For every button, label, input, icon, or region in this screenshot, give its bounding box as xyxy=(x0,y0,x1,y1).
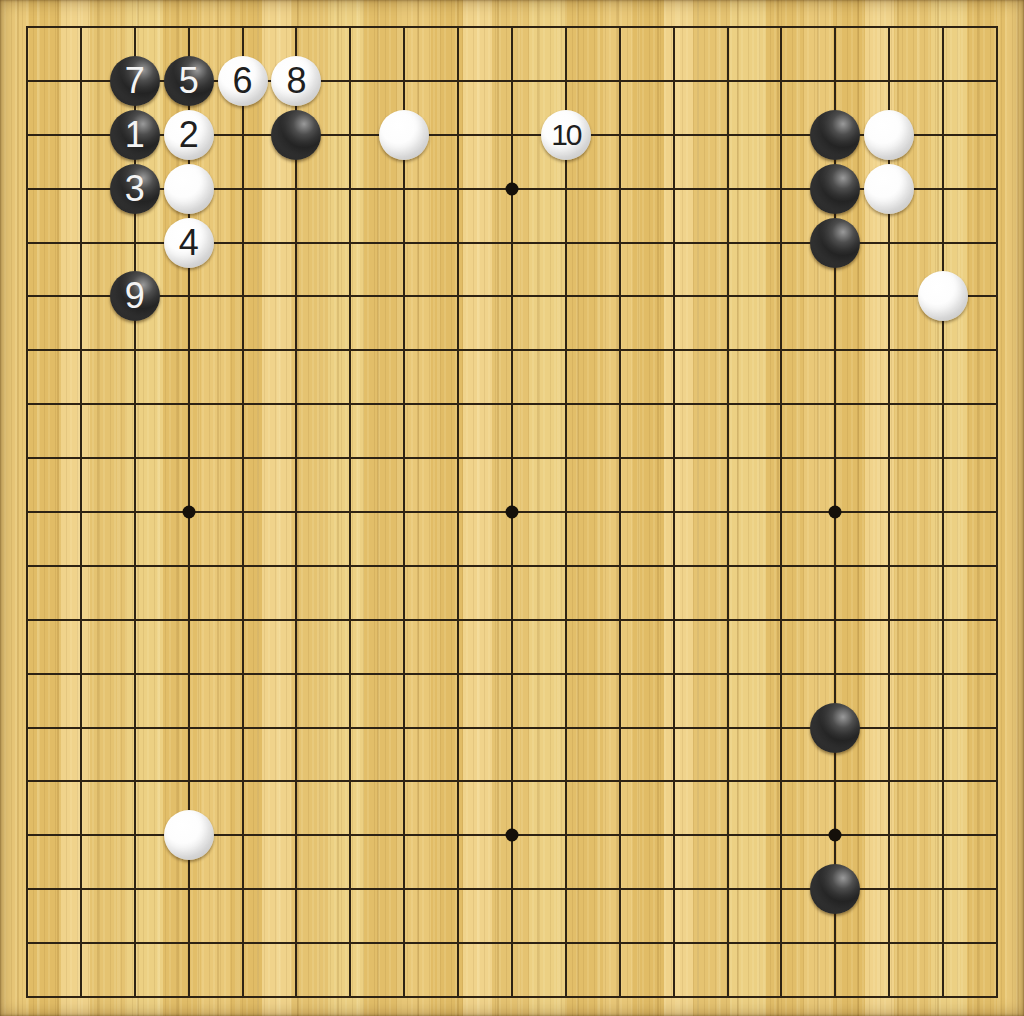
white-stone-move-2[interactable]: 2 xyxy=(164,110,214,160)
move-number-label: 9 xyxy=(125,278,145,314)
stones-layer: 12345678910 xyxy=(0,0,1024,1016)
move-number-label: 4 xyxy=(179,225,199,261)
black-stone[interactable] xyxy=(810,164,860,214)
white-stone-move-6[interactable]: 6 xyxy=(218,56,268,106)
white-stone-move-10[interactable]: 10 xyxy=(541,110,591,160)
black-stone-move-5[interactable]: 5 xyxy=(164,56,214,106)
move-number-label: 8 xyxy=(286,63,306,99)
black-stone-move-7[interactable]: 7 xyxy=(110,56,160,106)
move-number-label: 2 xyxy=(179,117,199,153)
white-stone[interactable] xyxy=(379,110,429,160)
move-number-label: 10 xyxy=(551,120,580,150)
black-stone-move-3[interactable]: 3 xyxy=(110,164,160,214)
move-number-label: 7 xyxy=(125,63,145,99)
white-stone-move-8[interactable]: 8 xyxy=(271,56,321,106)
go-board[interactable]: 12345678910 xyxy=(0,0,1024,1016)
move-number-label: 3 xyxy=(125,171,145,207)
white-stone[interactable] xyxy=(864,164,914,214)
move-number-label: 1 xyxy=(125,117,145,153)
black-stone-move-9[interactable]: 9 xyxy=(110,271,160,321)
white-stone[interactable] xyxy=(864,110,914,160)
black-stone[interactable] xyxy=(810,110,860,160)
move-number-label: 5 xyxy=(179,63,199,99)
black-stone[interactable] xyxy=(810,864,860,914)
white-stone[interactable] xyxy=(918,271,968,321)
black-stone[interactable] xyxy=(810,218,860,268)
white-stone-move-4[interactable]: 4 xyxy=(164,218,214,268)
black-stone-move-1[interactable]: 1 xyxy=(110,110,160,160)
white-stone[interactable] xyxy=(164,164,214,214)
black-stone[interactable] xyxy=(810,703,860,753)
black-stone[interactable] xyxy=(271,110,321,160)
white-stone[interactable] xyxy=(164,810,214,860)
move-number-label: 6 xyxy=(233,63,253,99)
